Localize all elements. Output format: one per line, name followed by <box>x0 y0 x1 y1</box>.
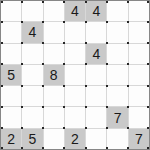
clue-cell-r7c7: 7 <box>129 129 149 149</box>
clue-cell-r2c2: 4 <box>22 22 42 42</box>
clue-cell-r4c1: 5 <box>1 65 21 85</box>
cell-r6c4[interactable] <box>65 107 85 127</box>
cell-r3c4[interactable] <box>65 44 85 64</box>
cell-r3c3[interactable] <box>44 44 64 64</box>
cell-r5c2[interactable] <box>22 86 42 106</box>
cell-r3c7[interactable] <box>129 44 149 64</box>
cell-r3c1[interactable] <box>1 44 21 64</box>
clue-cell-r7c2: 5 <box>22 129 42 149</box>
cell-r3c6[interactable] <box>107 44 127 64</box>
cell-r6c7[interactable] <box>129 107 149 127</box>
cell-r2c7[interactable] <box>129 22 149 42</box>
cell-r1c2[interactable] <box>22 1 42 21</box>
cell-r1c7[interactable] <box>129 1 149 21</box>
clue-cell-r7c1: 2 <box>1 129 21 149</box>
cell-r2c6[interactable] <box>107 22 127 42</box>
cell-r2c3[interactable] <box>44 22 64 42</box>
cell-r7c3[interactable] <box>44 129 64 149</box>
cell-r1c3[interactable] <box>44 1 64 21</box>
cell-r3c2[interactable] <box>22 44 42 64</box>
cell-r6c5[interactable] <box>86 107 106 127</box>
cell-r6c2[interactable] <box>22 107 42 127</box>
minesweeper-board: 44445872527 <box>0 0 150 150</box>
cell-r5c1[interactable] <box>1 86 21 106</box>
cell-r4c4[interactable] <box>65 65 85 85</box>
cell-r7c6[interactable] <box>107 129 127 149</box>
cell-r2c5[interactable] <box>86 22 106 42</box>
cell-r1c6[interactable] <box>107 1 127 21</box>
cell-r4c7[interactable] <box>129 65 149 85</box>
cell-r5c7[interactable] <box>129 86 149 106</box>
cell-r7c5[interactable] <box>86 129 106 149</box>
cell-r4c2[interactable] <box>22 65 42 85</box>
clue-cell-r7c4: 2 <box>65 129 85 149</box>
cell-r6c3[interactable] <box>44 107 64 127</box>
cell-r6c1[interactable] <box>1 107 21 127</box>
clue-cell-r1c5: 4 <box>86 1 106 21</box>
cell-r4c5[interactable] <box>86 65 106 85</box>
cell-r2c1[interactable] <box>1 22 21 42</box>
cell-r5c6[interactable] <box>107 86 127 106</box>
cell-r5c3[interactable] <box>44 86 64 106</box>
cell-r2c4[interactable] <box>65 22 85 42</box>
clue-cell-r4c3: 8 <box>44 65 64 85</box>
cell-r1c1[interactable] <box>1 1 21 21</box>
clue-cell-r1c4: 4 <box>65 1 85 21</box>
cell-r4c6[interactable] <box>107 65 127 85</box>
clue-cell-r6c6: 7 <box>107 107 127 127</box>
clue-cell-r3c5: 4 <box>86 44 106 64</box>
cell-r5c4[interactable] <box>65 86 85 106</box>
cell-r5c5[interactable] <box>86 86 106 106</box>
